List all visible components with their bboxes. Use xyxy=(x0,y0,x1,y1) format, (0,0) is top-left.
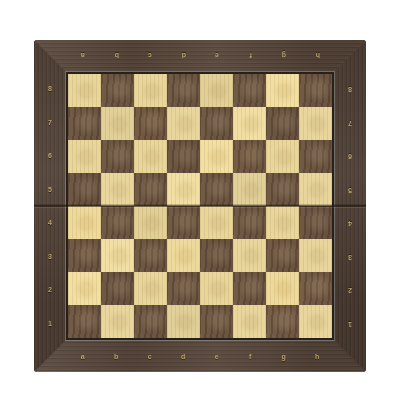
square-h8[interactable] xyxy=(299,74,332,107)
square-e8[interactable] xyxy=(200,74,233,107)
board-frame-bottom xyxy=(34,339,366,372)
square-d8[interactable] xyxy=(167,74,200,107)
photo-background: abcdefgh abcdefgh 87654321 87654321 xyxy=(0,0,400,400)
rank-label-4: 4 xyxy=(334,206,366,240)
square-a2[interactable] xyxy=(68,272,101,305)
rank-label-1: 1 xyxy=(334,307,366,341)
file-label-g: g xyxy=(267,340,301,372)
square-f3[interactable] xyxy=(233,239,266,272)
rank-labels-left: 87654321 xyxy=(34,72,66,340)
file-label-e: e xyxy=(200,40,234,72)
square-f7[interactable] xyxy=(233,107,266,140)
file-label-d: d xyxy=(167,340,201,372)
rank-label-5: 5 xyxy=(34,173,66,207)
square-d6[interactable] xyxy=(167,140,200,173)
square-a3[interactable] xyxy=(68,239,101,272)
file-label-f: f xyxy=(234,340,268,372)
square-a4[interactable] xyxy=(68,206,101,239)
square-d3[interactable] xyxy=(167,239,200,272)
square-h5[interactable] xyxy=(299,173,332,206)
square-c3[interactable] xyxy=(134,239,167,272)
square-b4[interactable] xyxy=(101,206,134,239)
square-b2[interactable] xyxy=(101,272,134,305)
square-h7[interactable] xyxy=(299,107,332,140)
rank-label-3: 3 xyxy=(34,240,66,274)
square-g8[interactable] xyxy=(266,74,299,107)
square-g1[interactable] xyxy=(266,305,299,338)
square-d7[interactable] xyxy=(167,107,200,140)
rank-label-1: 1 xyxy=(34,307,66,341)
file-label-a: a xyxy=(66,40,100,72)
square-h4[interactable] xyxy=(299,206,332,239)
file-label-h: h xyxy=(301,40,335,72)
file-label-e: e xyxy=(200,340,234,372)
square-h3[interactable] xyxy=(299,239,332,272)
play-area xyxy=(66,72,334,340)
rank-label-8: 8 xyxy=(34,72,66,106)
square-a5[interactable] xyxy=(68,173,101,206)
square-d2[interactable] xyxy=(167,272,200,305)
square-h2[interactable] xyxy=(299,272,332,305)
square-a6[interactable] xyxy=(68,140,101,173)
square-c1[interactable] xyxy=(134,305,167,338)
rank-label-2: 2 xyxy=(34,273,66,307)
square-g7[interactable] xyxy=(266,107,299,140)
square-e7[interactable] xyxy=(200,107,233,140)
rank-label-5: 5 xyxy=(334,173,366,207)
square-a1[interactable] xyxy=(68,305,101,338)
square-e1[interactable] xyxy=(200,305,233,338)
square-c2[interactable] xyxy=(134,272,167,305)
board-frame-top xyxy=(34,40,366,72)
rank-label-7: 7 xyxy=(34,106,66,140)
rank-label-6: 6 xyxy=(34,139,66,173)
square-e5[interactable] xyxy=(200,173,233,206)
square-b5[interactable] xyxy=(101,173,134,206)
square-f5[interactable] xyxy=(233,173,266,206)
chess-board: abcdefgh abcdefgh 87654321 87654321 xyxy=(34,40,366,372)
square-c6[interactable] xyxy=(134,140,167,173)
rank-label-3: 3 xyxy=(334,240,366,274)
board-frame-right xyxy=(334,40,366,372)
square-d4[interactable] xyxy=(167,206,200,239)
square-b6[interactable] xyxy=(101,140,134,173)
square-e4[interactable] xyxy=(200,206,233,239)
rank-labels-right: 87654321 xyxy=(334,72,366,340)
square-d5[interactable] xyxy=(167,173,200,206)
square-h6[interactable] xyxy=(299,140,332,173)
file-label-c: c xyxy=(133,40,167,72)
file-label-b: b xyxy=(100,340,134,372)
square-e2[interactable] xyxy=(200,272,233,305)
square-b7[interactable] xyxy=(101,107,134,140)
rank-label-4: 4 xyxy=(34,206,66,240)
square-f6[interactable] xyxy=(233,140,266,173)
file-label-b: b xyxy=(100,40,134,72)
square-c8[interactable] xyxy=(134,74,167,107)
rank-label-6: 6 xyxy=(334,139,366,173)
rank-label-2: 2 xyxy=(334,273,366,307)
square-b8[interactable] xyxy=(101,74,134,107)
square-c5[interactable] xyxy=(134,173,167,206)
file-label-d: d xyxy=(167,40,201,72)
square-f4[interactable] xyxy=(233,206,266,239)
square-h1[interactable] xyxy=(299,305,332,338)
square-g6[interactable] xyxy=(266,140,299,173)
board-frame-left xyxy=(34,40,66,372)
square-a8[interactable] xyxy=(68,74,101,107)
square-c7[interactable] xyxy=(134,107,167,140)
square-a7[interactable] xyxy=(68,107,101,140)
square-g3[interactable] xyxy=(266,239,299,272)
square-b1[interactable] xyxy=(101,305,134,338)
file-label-f: f xyxy=(234,40,268,72)
rank-label-7: 7 xyxy=(334,106,366,140)
square-b3[interactable] xyxy=(101,239,134,272)
square-e6[interactable] xyxy=(200,140,233,173)
file-labels-bottom: abcdefgh xyxy=(66,340,334,372)
square-d1[interactable] xyxy=(167,305,200,338)
square-g5[interactable] xyxy=(266,173,299,206)
square-e3[interactable] xyxy=(200,239,233,272)
rank-label-8: 8 xyxy=(334,72,366,106)
square-f8[interactable] xyxy=(233,74,266,107)
file-label-c: c xyxy=(133,340,167,372)
square-f2[interactable] xyxy=(233,272,266,305)
file-label-a: a xyxy=(66,340,100,372)
file-label-h: h xyxy=(301,340,335,372)
square-g4[interactable] xyxy=(266,206,299,239)
square-c4[interactable] xyxy=(134,206,167,239)
file-labels-top: abcdefgh xyxy=(66,40,334,72)
square-g2[interactable] xyxy=(266,272,299,305)
file-label-g: g xyxy=(267,40,301,72)
square-f1[interactable] xyxy=(233,305,266,338)
